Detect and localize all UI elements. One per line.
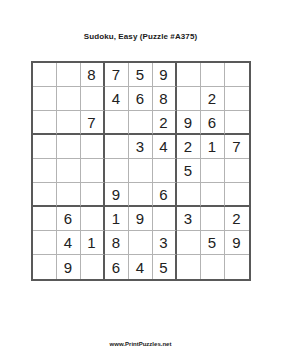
cell-r2c7 (177, 87, 201, 111)
cell-r2c2 (57, 87, 81, 111)
cell-r9c2: 9 (57, 255, 81, 279)
cell-r9c6: 5 (153, 255, 177, 279)
cell-r7c4: 1 (105, 207, 129, 231)
cell-r7c6 (153, 207, 177, 231)
cell-r1c8 (201, 63, 225, 87)
cell-r2c8: 2 (201, 87, 225, 111)
cell-r6c1 (33, 183, 57, 207)
cell-r2c9 (225, 87, 249, 111)
cell-r5c2 (57, 159, 81, 183)
cell-r2c6: 8 (153, 87, 177, 111)
cell-r3c1 (33, 111, 57, 135)
cell-r3c8: 6 (201, 111, 225, 135)
cell-r4c9: 7 (225, 135, 249, 159)
cell-r5c1 (33, 159, 57, 183)
cell-r5c3 (81, 159, 105, 183)
cell-r2c4: 4 (105, 87, 129, 111)
printable-puzzle-page: Sudoku, Easy (Puzzle #A375) 875946827296… (0, 0, 281, 363)
cell-r8c2: 4 (57, 231, 81, 255)
cell-r5c5 (129, 159, 153, 183)
cell-r6c6: 6 (153, 183, 177, 207)
cell-r3c6: 2 (153, 111, 177, 135)
cell-r4c5: 3 (129, 135, 153, 159)
cell-r6c8 (201, 183, 225, 207)
cell-r4c3 (81, 135, 105, 159)
cell-r2c3 (81, 87, 105, 111)
page-title: Sudoku, Easy (Puzzle #A375) (0, 32, 281, 41)
cell-r9c9 (225, 255, 249, 279)
cell-r1c6: 9 (153, 63, 177, 87)
cell-r1c2 (57, 63, 81, 87)
cell-r9c3 (81, 255, 105, 279)
cell-r5c8 (201, 159, 225, 183)
cell-r7c3 (81, 207, 105, 231)
cell-r8c7 (177, 231, 201, 255)
cell-r3c7: 9 (177, 111, 201, 135)
cell-r4c8: 1 (201, 135, 225, 159)
cell-r1c7 (177, 63, 201, 87)
cell-r1c9 (225, 63, 249, 87)
cell-r8c6: 3 (153, 231, 177, 255)
cell-r8c8: 5 (201, 231, 225, 255)
cell-r7c8 (201, 207, 225, 231)
cell-r6c3 (81, 183, 105, 207)
cell-r9c4: 6 (105, 255, 129, 279)
cell-r3c3: 7 (81, 111, 105, 135)
cell-r5c4 (105, 159, 129, 183)
cell-r2c5: 6 (129, 87, 153, 111)
cell-r3c9 (225, 111, 249, 135)
cell-r7c7: 3 (177, 207, 201, 231)
cell-r2c1 (33, 87, 57, 111)
cell-r7c9: 2 (225, 207, 249, 231)
cell-r6c2 (57, 183, 81, 207)
cell-r5c9 (225, 159, 249, 183)
cell-r8c4: 8 (105, 231, 129, 255)
cell-r1c3: 8 (81, 63, 105, 87)
cell-r8c1 (33, 231, 57, 255)
cell-r3c2 (57, 111, 81, 135)
cell-r1c1 (33, 63, 57, 87)
cell-r4c4 (105, 135, 129, 159)
cell-r8c5 (129, 231, 153, 255)
cell-r4c6: 4 (153, 135, 177, 159)
cell-r3c4 (105, 111, 129, 135)
cell-r4c1 (33, 135, 57, 159)
cell-r6c7 (177, 183, 201, 207)
cell-r8c3: 1 (81, 231, 105, 255)
cell-r6c5 (129, 183, 153, 207)
footer-url: www.PrintPuzzles.net (0, 341, 281, 347)
sudoku-board: 87594682729634217596619324183599645 (31, 61, 251, 281)
cell-r6c9 (225, 183, 249, 207)
cell-r9c8 (201, 255, 225, 279)
cell-r4c7: 2 (177, 135, 201, 159)
cell-r5c7: 5 (177, 159, 201, 183)
cell-r7c5: 9 (129, 207, 153, 231)
cell-r9c1 (33, 255, 57, 279)
cell-r8c9: 9 (225, 231, 249, 255)
cell-r1c4: 7 (105, 63, 129, 87)
cell-r5c6 (153, 159, 177, 183)
cell-r9c7 (177, 255, 201, 279)
cell-r7c1 (33, 207, 57, 231)
cell-r1c5: 5 (129, 63, 153, 87)
cell-r6c4: 9 (105, 183, 129, 207)
cell-r3c5 (129, 111, 153, 135)
cell-r4c2 (57, 135, 81, 159)
cell-r7c2: 6 (57, 207, 81, 231)
cell-r9c5: 4 (129, 255, 153, 279)
